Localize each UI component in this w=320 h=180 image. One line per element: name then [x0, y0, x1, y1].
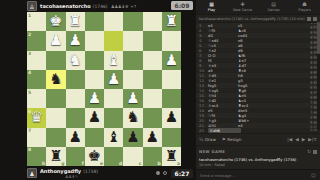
menu-icon[interactable]: ≡: [313, 137, 317, 142]
game-controls: ½ Draw ⚑ Resign |◀◀▶▶| ≡: [196, 133, 320, 146]
square-d2[interactable]: [104, 31, 123, 50]
rank-label-4: 4: [28, 70, 31, 75]
file-label-h: h: [42, 161, 45, 166]
square-g4[interactable]: ♞: [46, 70, 65, 89]
game-info-text: tacohasenatorcho (1746) vs. Anthonygadfl…: [199, 17, 305, 21]
square-a1[interactable]: ♜: [162, 12, 181, 31]
square-e2[interactable]: [85, 31, 104, 50]
scrollbar[interactable]: [317, 22, 320, 130]
move-times: 6:09: [310, 129, 317, 132]
square-a3[interactable]: ♟: [162, 51, 181, 70]
square-h7[interactable]: 7: [27, 128, 46, 147]
piece-wP-f2[interactable]: ♟: [68, 33, 81, 48]
piece-wR-a1[interactable]: ♜: [165, 14, 178, 29]
square-f8[interactable]: f: [66, 147, 85, 166]
rank-label-1: 1: [28, 13, 31, 18]
square-d4[interactable]: ♟: [104, 70, 123, 89]
smiley-icon[interactable]: ☺: [311, 172, 316, 178]
file-label-b: b: [158, 161, 161, 166]
square-c5[interactable]: ♟: [123, 89, 142, 108]
file-label-d: d: [119, 161, 122, 166]
square-d7[interactable]: ♝: [104, 128, 123, 147]
square-h4[interactable]: 4: [27, 70, 46, 89]
move-list: 1.e4c59:589:572.♘f3♞c69:559:543.d4cxd49:…: [196, 23, 320, 133]
prev-move-button[interactable]: ◀: [295, 137, 298, 142]
square-d1[interactable]: [104, 12, 123, 31]
next-move-button[interactable]: ▶: [302, 137, 305, 142]
top-player-rating: (1746): [93, 4, 108, 9]
rank-label-5: 5: [28, 90, 31, 95]
square-g5[interactable]: [46, 89, 65, 108]
piece-wN-f3[interactable]: ♞: [68, 52, 81, 67]
flag-icon: ⚑: [222, 137, 226, 142]
white-move[interactable]: ♕xh6: [208, 128, 241, 133]
chart-icon[interactable]: [307, 17, 311, 21]
square-d6[interactable]: [104, 108, 123, 127]
file-label-c: c: [139, 161, 142, 166]
square-a2[interactable]: [162, 31, 181, 50]
piece-bP-b7[interactable]: ♟: [145, 129, 158, 144]
file-label-f: f: [82, 161, 84, 166]
square-b2[interactable]: [143, 31, 162, 50]
black-clock: 6:27: [171, 169, 193, 178]
first-move-button[interactable]: |◀: [287, 137, 292, 142]
square-f6[interactable]: [66, 108, 85, 127]
new-game-icon: ✚: [240, 2, 244, 7]
tab-players[interactable]: ☗Players: [289, 0, 320, 14]
time-control-text: 10 min · Rated: [199, 163, 317, 167]
square-c8[interactable]: c: [123, 147, 142, 166]
piece-bN-c6[interactable]: ♞: [126, 110, 139, 125]
half-point-icon: ½: [199, 137, 203, 142]
resign-button[interactable]: ⚑ Resign: [222, 137, 242, 142]
square-b6[interactable]: [143, 108, 162, 127]
square-c1[interactable]: [123, 12, 142, 31]
players-icon: ☗: [302, 2, 306, 7]
bottom-player-avatar[interactable]: ♟: [27, 168, 37, 178]
square-b3[interactable]: [143, 51, 162, 70]
square-f2[interactable]: ♟: [66, 31, 85, 50]
square-g7[interactable]: [46, 128, 65, 147]
clock-indicator-icons: [156, 171, 167, 175]
square-e5[interactable]: ♟: [85, 89, 104, 108]
square-g8[interactable]: g♜: [46, 147, 65, 166]
filled-dot-icon: [156, 171, 160, 175]
square-g3[interactable]: [46, 51, 65, 70]
square-b4[interactable]: [143, 70, 162, 89]
square-h8[interactable]: 8h: [27, 147, 46, 166]
rematch-icon[interactable]: ↻: [307, 149, 311, 154]
square-b1[interactable]: [143, 12, 162, 31]
piece-bK-e8[interactable]: ♚: [88, 148, 101, 163]
square-e1[interactable]: [85, 12, 104, 31]
square-d5[interactable]: [104, 89, 123, 108]
chat-bar: Send a message... ☺: [196, 169, 320, 180]
piece-bP-f7[interactable]: ♟: [68, 129, 81, 144]
square-e3[interactable]: [85, 51, 104, 70]
piece-bR-g8[interactable]: ♜: [49, 148, 62, 163]
bottom-player-captured-pieces: ♙♙♗♘: [65, 174, 78, 179]
square-d3[interactable]: ♝: [104, 51, 123, 70]
play-icon: ▦: [209, 2, 214, 7]
top-player-captured-pieces: ♟♟♟♝♛: [111, 4, 129, 9]
piece-wP-c5[interactable]: ♟: [126, 91, 139, 106]
panel-tabs: ▦Play✚New Game▤Games☗Players: [196, 0, 320, 15]
square-a4[interactable]: [162, 70, 181, 89]
board-icon[interactable]: [313, 150, 317, 154]
square-g1[interactable]: ♚: [46, 12, 65, 31]
square-f3[interactable]: ♞: [66, 51, 85, 70]
square-h6[interactable]: 6♛: [27, 108, 46, 127]
tab-play[interactable]: ▦Play: [196, 0, 227, 14]
move-navigation: |◀◀▶▶|: [287, 137, 313, 142]
side-panel: ▦Play✚New Game▤Games☗Players tacohasenat…: [196, 0, 320, 180]
black-move[interactable]: e4: [238, 123, 268, 128]
bottom-player-rating: (1738): [83, 169, 98, 174]
bottom-player-bar: ♟ Anthonygadfly (1738) ♙♙♗♘ 6:27: [27, 166, 195, 180]
square-a8[interactable]: a♜: [162, 147, 181, 166]
square-f1[interactable]: ♜: [66, 12, 85, 31]
piece-bN-g4[interactable]: ♞: [49, 71, 62, 86]
top-player-material-advantage: +7: [130, 4, 136, 9]
square-h5[interactable]: 5: [27, 89, 46, 108]
square-e6[interactable]: ♟: [85, 108, 104, 127]
ring-dot-icon: [163, 171, 167, 175]
square-g6[interactable]: [46, 108, 65, 127]
square-a6[interactable]: ♟: [162, 108, 181, 127]
square-f7[interactable]: ♟: [66, 128, 85, 147]
piece-bP-c7[interactable]: ♟: [126, 129, 139, 144]
square-c3[interactable]: [123, 51, 142, 70]
square-g2[interactable]: ♟: [46, 31, 65, 50]
square-b7[interactable]: ♟: [143, 128, 162, 147]
rank-label-3: 3: [28, 51, 31, 56]
square-c6[interactable]: ♞: [123, 108, 142, 127]
square-b8[interactable]: b: [143, 147, 162, 166]
piece-wR-f1[interactable]: ♜: [68, 14, 81, 29]
square-f5[interactable]: [66, 89, 85, 108]
chess-board[interactable]: 1♚♜♜2♟♟3♞♝♟4♞♟5♟♟6♛♟♞♟7♟♝♟♟8hg♜fe♚dcba♜: [27, 12, 181, 166]
piece-wQ-h6[interactable]: ♛: [30, 110, 43, 125]
games-icon: ▤: [271, 2, 276, 7]
square-h3[interactable]: 3: [27, 51, 46, 70]
new-game-title: NEW GAME: [199, 149, 225, 154]
square-e4[interactable]: [85, 70, 104, 89]
new-game-section: NEW GAME ↻ tacohasenatorcho (1746) vs. A…: [196, 146, 320, 167]
draw-button[interactable]: ½ Draw: [199, 137, 216, 142]
piece-bB-d7[interactable]: ♝: [107, 129, 120, 144]
app-window: ♙ tacohasenatorcho (1746) ♟♟♟♝♛ +7 6:09 …: [0, 0, 320, 180]
rank-label-2: 2: [28, 32, 31, 37]
piece-wP-a3[interactable]: ♟: [165, 52, 178, 67]
black-piece-avatar-icon: ♟: [29, 170, 34, 177]
square-a7[interactable]: [162, 128, 181, 147]
tab-new-game[interactable]: ✚New Game: [227, 0, 258, 14]
piece-wP-g2[interactable]: ♟: [49, 33, 62, 48]
piece-bP-a6[interactable]: ♟: [165, 110, 178, 125]
top-player-bar: ♙ tacohasenatorcho (1746) ♟♟♟♝♛ +7 6:09: [27, 0, 195, 12]
square-c2[interactable]: [123, 31, 142, 50]
piece-wK-g1[interactable]: ♚: [49, 14, 62, 29]
white-clock: 6:09: [171, 1, 193, 10]
settings-icon[interactable]: [313, 17, 317, 21]
piece-bP-e6[interactable]: ♟: [88, 110, 101, 125]
rank-label-7: 7: [28, 128, 31, 133]
square-a5[interactable]: [162, 89, 181, 108]
square-e7[interactable]: [85, 128, 104, 147]
piece-bR-a8[interactable]: ♜: [165, 148, 178, 163]
game-info-line: tacohasenatorcho (1746) vs. Anthonygadfl…: [196, 15, 320, 23]
chat-input[interactable]: Send a message...: [200, 173, 311, 178]
tab-games[interactable]: ▤Games: [258, 0, 289, 14]
square-c7[interactable]: ♟: [123, 128, 142, 147]
top-player-avatar[interactable]: ♙: [27, 1, 37, 11]
rank-label-8: 8: [28, 147, 31, 152]
square-e8[interactable]: e♚: [85, 147, 104, 166]
piece-wB-d3[interactable]: ♝: [107, 52, 120, 67]
white-piece-avatar-icon: ♙: [29, 3, 34, 10]
top-player-name[interactable]: tacohasenatorcho: [40, 3, 91, 9]
piece-wP-d4[interactable]: ♟: [107, 71, 120, 86]
square-b5[interactable]: [143, 89, 162, 108]
square-h1[interactable]: 1: [27, 12, 46, 31]
scrollbar-thumb[interactable]: [317, 22, 320, 54]
square-h2[interactable]: 2: [27, 31, 46, 50]
square-c4[interactable]: [123, 70, 142, 89]
piece-wP-e5[interactable]: ♟: [88, 91, 101, 106]
matchup-text: tacohasenatorcho (1746) vs. Anthonygadfl…: [199, 157, 317, 162]
square-d8[interactable]: d: [104, 147, 123, 166]
square-f4[interactable]: [66, 70, 85, 89]
